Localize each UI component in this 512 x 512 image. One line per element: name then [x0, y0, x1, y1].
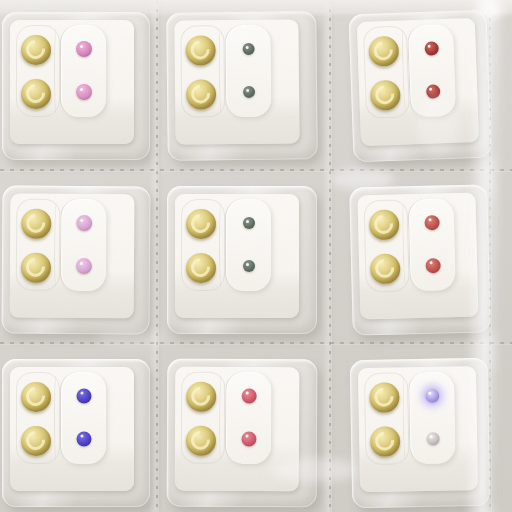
earring-card: [174, 19, 299, 144]
gem-stud-area: [407, 24, 456, 118]
earring-card: [358, 366, 478, 492]
gem-stud: [243, 217, 255, 229]
blister-bubble: [167, 186, 317, 334]
gold-stud: [21, 382, 51, 412]
blister-bubble: [348, 10, 491, 163]
earring-card: [357, 193, 478, 320]
gold-stud: [186, 426, 216, 456]
blister-bubble: [2, 12, 150, 160]
blister-bubble: [167, 359, 318, 508]
blister-cell: [157, 170, 330, 343]
gold-stud: [21, 35, 51, 65]
blister-cell: [0, 170, 157, 343]
gem-stud: [76, 41, 92, 57]
blister-cell: [330, 343, 512, 512]
blister-cell: [0, 0, 157, 170]
gem-stud: [243, 260, 255, 272]
gem-stud-area: [60, 372, 106, 464]
gold-stud: [21, 253, 51, 283]
blister-pack-photo: [0, 0, 512, 512]
blister-cell: [330, 0, 512, 170]
gem-stud-area: [60, 25, 106, 117]
gem-stud: [425, 389, 439, 403]
gold-stud: [186, 382, 216, 412]
gem-stud: [241, 431, 256, 446]
blister-bubble: [1, 185, 150, 334]
gem-stud: [76, 389, 91, 404]
blister-cell: [330, 170, 512, 343]
gem-stud: [425, 84, 439, 98]
blister-grid: [0, 0, 512, 512]
blister-cell: [157, 0, 330, 170]
blister-cell: [157, 343, 330, 512]
gold-stud: [21, 79, 51, 109]
earring-card: [175, 367, 300, 492]
blister-cell: [0, 343, 157, 512]
gem-stud: [242, 86, 254, 98]
gem-stud-area: [225, 372, 271, 464]
blister-bubble: [2, 359, 150, 507]
gem-stud: [424, 215, 439, 230]
gem-stud: [241, 388, 256, 403]
earring-card: [10, 367, 134, 491]
gold-stud: [186, 209, 216, 239]
gem-stud-area: [225, 199, 271, 291]
gem-stud: [424, 41, 438, 55]
blister-bubble: [166, 11, 318, 161]
earring-card: [175, 194, 299, 318]
earring-card: [10, 20, 134, 144]
gem-stud-area: [408, 371, 456, 464]
gem-stud: [76, 84, 92, 100]
gem-stud: [76, 215, 92, 231]
gold-stud: [21, 426, 51, 456]
earring-card: [10, 194, 135, 319]
gem-stud: [75, 258, 91, 274]
gem-stud: [76, 432, 91, 447]
gold-stud: [21, 209, 51, 239]
gold-stud: [186, 253, 216, 283]
gold-stud: [185, 35, 215, 65]
gem-stud-area: [224, 25, 271, 117]
gem-stud: [426, 432, 439, 445]
gold-stud: [186, 79, 216, 109]
gem-stud: [425, 258, 440, 273]
gem-stud-area: [408, 198, 456, 291]
gem-stud: [242, 43, 254, 55]
blister-bubble: [349, 184, 491, 335]
earring-card: [357, 18, 479, 146]
gem-stud-area: [60, 199, 107, 291]
blister-bubble: [350, 358, 491, 508]
